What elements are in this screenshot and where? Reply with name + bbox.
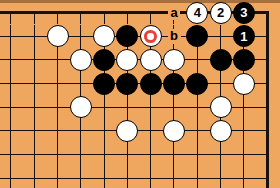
board-cell[interactable] [186, 143, 209, 167]
white-stone-marked [140, 25, 162, 47]
black-stone [93, 73, 115, 95]
board-cell[interactable] [139, 167, 162, 188]
board-cell[interactable] [162, 72, 185, 96]
board-cell[interactable] [256, 25, 279, 49]
board-cell[interactable] [46, 72, 69, 96]
board-cell[interactable] [93, 143, 116, 167]
board-cell[interactable] [209, 167, 232, 188]
white-stone [163, 120, 185, 142]
board-cell[interactable]: 2 [209, 1, 232, 25]
board-cell[interactable] [162, 96, 185, 120]
board-cell[interactable] [116, 25, 139, 49]
board-cell[interactable] [139, 72, 162, 96]
board-cell[interactable] [116, 143, 139, 167]
board-cell[interactable] [69, 1, 92, 25]
go-board: a423b1 [0, 1, 279, 188]
board-cell[interactable] [139, 143, 162, 167]
white-stone [210, 96, 232, 118]
board-cell[interactable] [0, 96, 23, 120]
board-cell[interactable] [23, 143, 46, 167]
board-cell[interactable] [0, 48, 23, 72]
board-cell[interactable] [209, 119, 232, 143]
board-cell[interactable] [186, 96, 209, 120]
board-cell[interactable]: b [162, 25, 185, 49]
board-cell[interactable] [232, 167, 255, 188]
board-cell[interactable] [69, 167, 92, 188]
board-cell[interactable] [186, 119, 209, 143]
board-cell[interactable] [162, 167, 185, 188]
board-cell[interactable] [256, 167, 279, 188]
board-cell[interactable] [0, 1, 23, 25]
board-cell[interactable] [162, 143, 185, 167]
board-cell[interactable] [209, 25, 232, 49]
black-stone [116, 25, 138, 47]
board-cell[interactable] [256, 96, 279, 120]
board-cell[interactable] [232, 48, 255, 72]
board-cell[interactable] [93, 119, 116, 143]
board-cell[interactable] [23, 72, 46, 96]
board-cell[interactable] [93, 25, 116, 49]
board-cell[interactable] [0, 167, 23, 188]
black-stone [116, 73, 138, 95]
board-cell[interactable] [69, 48, 92, 72]
board-cell[interactable] [69, 96, 92, 120]
board-cell[interactable] [116, 72, 139, 96]
white-stone [47, 25, 69, 47]
board-cell[interactable] [93, 167, 116, 188]
board-cell[interactable] [256, 143, 279, 167]
board-cell[interactable] [46, 167, 69, 188]
board-cell[interactable] [209, 96, 232, 120]
board-cell[interactable] [116, 167, 139, 188]
board-cell[interactable] [116, 96, 139, 120]
white-stone [233, 73, 255, 95]
board-cell[interactable] [46, 119, 69, 143]
white-stone [116, 120, 138, 142]
point-label-b[interactable]: b [168, 29, 181, 44]
board-cell[interactable]: 3 [232, 1, 255, 25]
board-cell[interactable]: 4 [186, 1, 209, 25]
board-cell[interactable] [256, 48, 279, 72]
board-cell[interactable] [232, 96, 255, 120]
board-cell[interactable] [0, 119, 23, 143]
board-cell[interactable] [232, 72, 255, 96]
board-cell[interactable] [256, 119, 279, 143]
board-cell[interactable] [256, 72, 279, 96]
board-cell[interactable] [139, 48, 162, 72]
board-cell[interactable] [23, 96, 46, 120]
board-cell[interactable] [162, 48, 185, 72]
board-cell[interactable] [93, 48, 116, 72]
board-cell[interactable] [23, 1, 46, 25]
board-cell[interactable] [209, 143, 232, 167]
black-stone [210, 49, 232, 71]
board-cell[interactable]: a [162, 1, 185, 25]
black-stone [93, 49, 115, 71]
black-stone [233, 49, 255, 71]
white-stone [70, 96, 92, 118]
board-cell[interactable] [46, 25, 69, 49]
white-stone [93, 25, 115, 47]
board-cell[interactable] [93, 1, 116, 25]
white-stone [70, 49, 92, 71]
board-cell[interactable] [139, 1, 162, 25]
point-label-a[interactable]: a [168, 5, 180, 20]
board-cell[interactable] [46, 96, 69, 120]
board-cell[interactable] [69, 25, 92, 49]
board-cell[interactable] [93, 72, 116, 96]
black-stone [186, 73, 208, 95]
white-stone-move-4: 4 [186, 2, 208, 24]
board-cell[interactable] [186, 167, 209, 188]
board-cell[interactable] [116, 119, 139, 143]
board-cell[interactable] [139, 25, 162, 49]
board-cell[interactable] [209, 72, 232, 96]
board-cell[interactable] [186, 25, 209, 49]
board-cell[interactable] [0, 25, 23, 49]
board-cell[interactable] [69, 119, 92, 143]
white-stone [163, 49, 185, 71]
board-cell[interactable] [162, 119, 185, 143]
black-stone-move-3: 3 [233, 2, 255, 24]
go-problem-diagram: a423b1 [0, 0, 280, 188]
white-stone-move-2: 2 [210, 2, 232, 24]
board-cell[interactable] [186, 48, 209, 72]
board-cell[interactable] [139, 119, 162, 143]
white-stone [116, 49, 138, 71]
black-stone [140, 73, 162, 95]
board-cell[interactable] [209, 48, 232, 72]
board-cell[interactable] [23, 25, 46, 49]
board-cell[interactable] [0, 72, 23, 96]
board-cell[interactable] [0, 143, 23, 167]
board-cell[interactable] [46, 143, 69, 167]
white-stone [140, 49, 162, 71]
board-cell[interactable] [139, 96, 162, 120]
board-cell[interactable] [256, 1, 279, 25]
red-circle-marker-icon [144, 30, 157, 43]
board-cell[interactable]: 1 [232, 25, 255, 49]
black-stone [186, 25, 208, 47]
board-cell[interactable] [116, 48, 139, 72]
white-stone [210, 120, 232, 142]
board-cell[interactable] [23, 119, 46, 143]
board-cell[interactable] [46, 48, 69, 72]
board-cell[interactable] [116, 1, 139, 25]
board-cell[interactable] [23, 167, 46, 188]
board-cell[interactable] [69, 72, 92, 96]
black-stone-move-1: 1 [233, 25, 255, 47]
board-cell[interactable] [69, 143, 92, 167]
board-cell[interactable] [23, 48, 46, 72]
board-cell[interactable] [46, 1, 69, 25]
board-cell[interactable] [186, 72, 209, 96]
board-cell[interactable] [232, 119, 255, 143]
board-cell[interactable] [232, 143, 255, 167]
black-stone [163, 73, 185, 95]
board-cell[interactable] [93, 96, 116, 120]
